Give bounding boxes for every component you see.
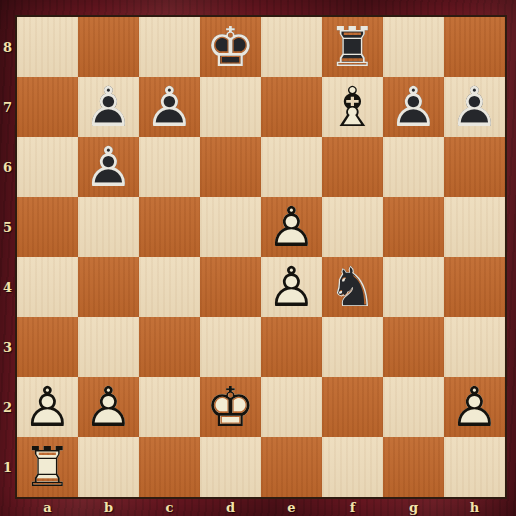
square-g8[interactable] [383, 17, 444, 77]
piece-white-pawn[interactable]: ♟♙ [444, 377, 505, 437]
rank-label-cell-5: 5 [0, 197, 15, 257]
square-h6[interactable] [444, 137, 505, 197]
square-e6[interactable] [261, 137, 322, 197]
file-label-cell-e: e [261, 498, 322, 516]
rank-label-3: 3 [3, 340, 12, 355]
square-f3[interactable] [322, 317, 383, 377]
square-b4[interactable] [78, 257, 139, 317]
pawn-glyph-fill: ♟ [261, 197, 322, 257]
pawn-glyph-outline: ♙ [139, 77, 200, 137]
square-d8[interactable]: ♚♔ [200, 17, 261, 77]
square-a5[interactable] [17, 197, 78, 257]
square-c5[interactable] [139, 197, 200, 257]
square-a1[interactable]: ♜♖ [17, 437, 78, 497]
square-g6[interactable] [383, 137, 444, 197]
piece-black-pawn[interactable]: ♟♙ [383, 77, 444, 137]
square-h1[interactable] [444, 437, 505, 497]
piece-black-pawn[interactable]: ♟♙ [78, 137, 139, 197]
rank-label-cell-8: 8 [0, 17, 15, 77]
square-d4[interactable] [200, 257, 261, 317]
file-label-e: e [287, 500, 295, 515]
pawn-glyph-fill: ♟ [444, 377, 505, 437]
square-h4[interactable] [444, 257, 505, 317]
file-label-cell-d: d [200, 498, 261, 516]
square-a2[interactable]: ♟♙ [17, 377, 78, 437]
square-e3[interactable] [261, 317, 322, 377]
pawn-glyph-outline: ♙ [261, 257, 322, 317]
square-c6[interactable] [139, 137, 200, 197]
square-g5[interactable] [383, 197, 444, 257]
square-e4[interactable]: ♟♙ [261, 257, 322, 317]
square-c3[interactable] [139, 317, 200, 377]
file-label-b: b [104, 500, 113, 515]
pawn-glyph-outline: ♙ [444, 77, 505, 137]
file-label-a: a [43, 500, 51, 515]
pawn-glyph-fill: ♟ [139, 77, 200, 137]
rank-label-7: 7 [3, 100, 12, 115]
square-f4[interactable]: ♞♘ [322, 257, 383, 317]
file-label-d: d [226, 500, 235, 515]
pawn-glyph-outline: ♙ [78, 377, 139, 437]
rook-glyph-outline: ♖ [322, 17, 383, 77]
king-glyph-fill: ♚ [200, 17, 261, 77]
file-label-h: h [470, 500, 479, 515]
piece-white-bishop[interactable]: ♝♗ [322, 77, 383, 137]
square-a6[interactable] [17, 137, 78, 197]
piece-white-king[interactable]: ♚♔ [200, 377, 261, 437]
king-glyph-outline: ♔ [200, 377, 261, 437]
pawn-glyph-outline: ♙ [383, 77, 444, 137]
pawn-glyph-outline: ♙ [78, 137, 139, 197]
square-b6[interactable]: ♟♙ [78, 137, 139, 197]
rank-label-1: 1 [3, 460, 12, 475]
rank-label-5: 5 [3, 220, 12, 235]
piece-black-knight[interactable]: ♞♘ [322, 257, 383, 317]
pawn-glyph-outline: ♙ [261, 197, 322, 257]
square-f2[interactable] [322, 377, 383, 437]
square-h8[interactable] [444, 17, 505, 77]
square-d7[interactable] [200, 77, 261, 137]
piece-black-king[interactable]: ♚♔ [200, 17, 261, 77]
square-e8[interactable] [261, 17, 322, 77]
square-h2[interactable]: ♟♙ [444, 377, 505, 437]
rank-label-6: 6 [3, 160, 12, 175]
square-b2[interactable]: ♟♙ [78, 377, 139, 437]
square-g4[interactable] [383, 257, 444, 317]
piece-white-pawn[interactable]: ♟♙ [78, 377, 139, 437]
piece-white-rook[interactable]: ♜♖ [17, 437, 78, 497]
file-label-cell-c: c [139, 498, 200, 516]
piece-black-pawn[interactable]: ♟♙ [444, 77, 505, 137]
pawn-glyph-fill: ♟ [444, 77, 505, 137]
pawn-glyph-fill: ♟ [261, 257, 322, 317]
knight-glyph-fill: ♞ [322, 257, 383, 317]
square-d1[interactable] [200, 437, 261, 497]
rank-label-cell-1: 1 [0, 437, 15, 497]
square-f5[interactable] [322, 197, 383, 257]
pawn-glyph-outline: ♙ [78, 77, 139, 137]
pawn-glyph-fill: ♟ [17, 377, 78, 437]
pawn-glyph-fill: ♟ [78, 377, 139, 437]
rank-label-4: 4 [3, 280, 12, 295]
square-b5[interactable] [78, 197, 139, 257]
file-label-cell-g: g [383, 498, 444, 516]
square-f7[interactable]: ♝♗ [322, 77, 383, 137]
file-label-g: g [409, 500, 418, 515]
rank-labels: 87654321 [0, 17, 15, 497]
piece-white-pawn[interactable]: ♟♙ [261, 197, 322, 257]
pawn-glyph-fill: ♟ [383, 77, 444, 137]
rank-label-cell-2: 2 [0, 377, 15, 437]
pawn-glyph-outline: ♙ [17, 377, 78, 437]
piece-white-pawn[interactable]: ♟♙ [17, 377, 78, 437]
piece-black-pawn[interactable]: ♟♙ [78, 77, 139, 137]
square-e7[interactable] [261, 77, 322, 137]
pawn-glyph-outline: ♙ [444, 377, 505, 437]
square-a3[interactable] [17, 317, 78, 377]
square-a7[interactable] [17, 77, 78, 137]
square-f8[interactable]: ♜♖ [322, 17, 383, 77]
file-label-cell-h: h [444, 498, 505, 516]
square-c7[interactable]: ♟♙ [139, 77, 200, 137]
square-b3[interactable] [78, 317, 139, 377]
square-c8[interactable] [139, 17, 200, 77]
piece-white-pawn[interactable]: ♟♙ [261, 257, 322, 317]
rank-label-2: 2 [3, 400, 12, 415]
square-d6[interactable] [200, 137, 261, 197]
rook-glyph-outline: ♖ [17, 437, 78, 497]
square-a8[interactable] [17, 17, 78, 77]
piece-black-pawn[interactable]: ♟♙ [139, 77, 200, 137]
king-glyph-fill: ♚ [200, 377, 261, 437]
square-g3[interactable] [383, 317, 444, 377]
square-e1[interactable] [261, 437, 322, 497]
king-glyph-outline: ♔ [200, 17, 261, 77]
square-e5[interactable]: ♟♙ [261, 197, 322, 257]
square-a4[interactable] [17, 257, 78, 317]
board-frame: 87654321 abcdefgh ♚♔♜♖♟♙♟♙♝♗♟♙♟♙♟♙♟♙♟♙♞♘… [0, 0, 516, 516]
chess-board: ♚♔♜♖♟♙♟♙♝♗♟♙♟♙♟♙♟♙♟♙♞♘♟♙♟♙♚♔♟♙♜♖ [15, 15, 507, 499]
file-labels: abcdefgh [17, 498, 505, 516]
piece-black-rook[interactable]: ♜♖ [322, 17, 383, 77]
square-g2[interactable] [383, 377, 444, 437]
bishop-glyph-fill: ♝ [322, 77, 383, 137]
square-d5[interactable] [200, 197, 261, 257]
file-label-cell-b: b [78, 498, 139, 516]
file-label-cell-a: a [17, 498, 78, 516]
square-c1[interactable] [139, 437, 200, 497]
rook-glyph-fill: ♜ [322, 17, 383, 77]
bishop-glyph-outline: ♗ [322, 77, 383, 137]
square-h7[interactable]: ♟♙ [444, 77, 505, 137]
file-label-cell-f: f [322, 498, 383, 516]
knight-glyph-outline: ♘ [322, 257, 383, 317]
square-d2[interactable]: ♚♔ [200, 377, 261, 437]
square-e2[interactable] [261, 377, 322, 437]
rank-label-cell-4: 4 [0, 257, 15, 317]
rank-label-cell-6: 6 [0, 137, 15, 197]
square-h5[interactable] [444, 197, 505, 257]
square-g7[interactable]: ♟♙ [383, 77, 444, 137]
square-c4[interactable] [139, 257, 200, 317]
rank-label-cell-3: 3 [0, 317, 15, 377]
file-label-f: f [350, 500, 356, 515]
board-grid: ♚♔♜♖♟♙♟♙♝♗♟♙♟♙♟♙♟♙♟♙♞♘♟♙♟♙♚♔♟♙♜♖ [17, 17, 505, 497]
pawn-glyph-fill: ♟ [78, 137, 139, 197]
pawn-glyph-fill: ♟ [78, 77, 139, 137]
square-g1[interactable] [383, 437, 444, 497]
rank-label-8: 8 [3, 40, 12, 55]
square-h3[interactable] [444, 317, 505, 377]
square-f6[interactable] [322, 137, 383, 197]
square-b1[interactable] [78, 437, 139, 497]
square-b8[interactable] [78, 17, 139, 77]
square-d3[interactable] [200, 317, 261, 377]
file-label-c: c [166, 500, 174, 515]
square-b7[interactable]: ♟♙ [78, 77, 139, 137]
square-f1[interactable] [322, 437, 383, 497]
square-c2[interactable] [139, 377, 200, 437]
rank-label-cell-7: 7 [0, 77, 15, 137]
rook-glyph-fill: ♜ [17, 437, 78, 497]
